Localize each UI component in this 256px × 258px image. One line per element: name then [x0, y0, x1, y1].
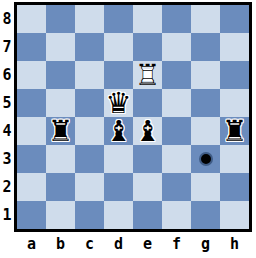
- move-marker-dot: [199, 152, 213, 166]
- square-h3[interactable]: [220, 145, 249, 173]
- square-f4[interactable]: [162, 117, 191, 145]
- file-label-f: f: [162, 232, 191, 256]
- square-a2[interactable]: [17, 173, 46, 201]
- square-g7[interactable]: [191, 33, 220, 61]
- white-rook[interactable]: ♖: [133, 61, 162, 89]
- square-b6[interactable]: [46, 61, 75, 89]
- square-f6[interactable]: [162, 61, 191, 89]
- file-label-c: c: [75, 232, 104, 256]
- square-e7[interactable]: [133, 33, 162, 61]
- square-a6[interactable]: [17, 61, 46, 89]
- square-d7[interactable]: [104, 33, 133, 61]
- square-e2[interactable]: [133, 173, 162, 201]
- file-label-a: a: [17, 232, 46, 256]
- square-b5[interactable]: [46, 89, 75, 117]
- file-label-d: d: [104, 232, 133, 256]
- square-g2[interactable]: [191, 173, 220, 201]
- square-h6[interactable]: [220, 61, 249, 89]
- square-f3[interactable]: [162, 145, 191, 173]
- square-d1[interactable]: [104, 201, 133, 229]
- file-labels: abcdefgh: [17, 232, 249, 256]
- square-c7[interactable]: [75, 33, 104, 61]
- square-h1[interactable]: [220, 201, 249, 229]
- square-e5[interactable]: [133, 89, 162, 117]
- file-label-e: e: [133, 232, 162, 256]
- rank-label-4: 4: [0, 117, 14, 145]
- square-e3[interactable]: [133, 145, 162, 173]
- square-d2[interactable]: [104, 173, 133, 201]
- square-e6[interactable]: ♜♖: [133, 61, 162, 89]
- square-a1[interactable]: [17, 201, 46, 229]
- square-c1[interactable]: [75, 201, 104, 229]
- square-f8[interactable]: [162, 5, 191, 33]
- square-a4[interactable]: [17, 117, 46, 145]
- black-bishop[interactable]: ♝: [133, 117, 162, 145]
- square-a5[interactable]: [17, 89, 46, 117]
- square-h5[interactable]: [220, 89, 249, 117]
- white-rook-fill: ♜: [133, 61, 162, 89]
- rank-label-6: 6: [0, 61, 14, 89]
- square-e8[interactable]: [133, 5, 162, 33]
- chess-board[interactable]: ♜♖♛♜♝♝♜: [14, 2, 252, 232]
- file-label-h: h: [220, 232, 249, 256]
- square-a8[interactable]: [17, 5, 46, 33]
- square-h8[interactable]: [220, 5, 249, 33]
- square-g8[interactable]: [191, 5, 220, 33]
- square-a3[interactable]: [17, 145, 46, 173]
- square-f2[interactable]: [162, 173, 191, 201]
- square-g1[interactable]: [191, 201, 220, 229]
- rank-label-3: 3: [0, 145, 14, 173]
- square-a7[interactable]: [17, 33, 46, 61]
- square-h4[interactable]: ♜: [220, 117, 249, 145]
- square-g5[interactable]: [191, 89, 220, 117]
- square-c5[interactable]: [75, 89, 104, 117]
- square-g3[interactable]: [191, 145, 220, 173]
- square-b7[interactable]: [46, 33, 75, 61]
- rank-label-1: 1: [0, 201, 14, 229]
- square-c8[interactable]: [75, 5, 104, 33]
- chess-board-panel: 87654321 ♜♖♛♜♝♝♜ abcdefgh: [0, 0, 256, 258]
- square-b2[interactable]: [46, 173, 75, 201]
- square-f7[interactable]: [162, 33, 191, 61]
- square-g4[interactable]: [191, 117, 220, 145]
- black-rook[interactable]: ♜: [46, 117, 75, 145]
- black-bishop[interactable]: ♝: [104, 117, 133, 145]
- rank-labels: 87654321: [0, 5, 14, 229]
- square-f1[interactable]: [162, 201, 191, 229]
- square-c3[interactable]: [75, 145, 104, 173]
- square-c2[interactable]: [75, 173, 104, 201]
- square-h7[interactable]: [220, 33, 249, 61]
- square-d5[interactable]: ♛: [104, 89, 133, 117]
- square-h2[interactable]: [220, 173, 249, 201]
- square-d6[interactable]: [104, 61, 133, 89]
- square-c6[interactable]: [75, 61, 104, 89]
- square-b4[interactable]: ♜: [46, 117, 75, 145]
- square-b1[interactable]: [46, 201, 75, 229]
- square-d3[interactable]: [104, 145, 133, 173]
- file-label-b: b: [46, 232, 75, 256]
- square-b8[interactable]: [46, 5, 75, 33]
- square-f5[interactable]: [162, 89, 191, 117]
- square-e1[interactable]: [133, 201, 162, 229]
- black-queen[interactable]: ♛: [104, 89, 133, 117]
- square-d8[interactable]: [104, 5, 133, 33]
- black-rook[interactable]: ♜: [220, 117, 249, 145]
- file-label-g: g: [191, 232, 220, 256]
- square-d4[interactable]: ♝: [104, 117, 133, 145]
- rank-label-2: 2: [0, 173, 14, 201]
- square-g6[interactable]: [191, 61, 220, 89]
- square-c4[interactable]: [75, 117, 104, 145]
- rank-label-5: 5: [0, 89, 14, 117]
- square-b3[interactable]: [46, 145, 75, 173]
- rank-label-8: 8: [0, 5, 14, 33]
- rank-label-7: 7: [0, 33, 14, 61]
- square-e4[interactable]: ♝: [133, 117, 162, 145]
